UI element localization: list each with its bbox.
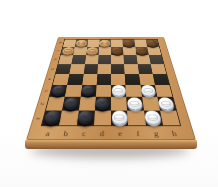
square-d1[interactable] <box>94 110 111 125</box>
photo-stage: 87654321 ⛀⛀⛂⛂⛀⛀⛂⛂⛂⛂⛀⛀⛂⛂⛀⛀⛂⛂⛀⛀ abcdefgh <box>0 0 218 187</box>
square-f8[interactable]: ⛂ <box>123 40 136 47</box>
square-h6[interactable] <box>149 55 164 64</box>
rank-label-1: 1 <box>34 117 42 120</box>
board-front-edge <box>25 140 197 149</box>
file-label-c: c <box>81 129 86 138</box>
square-h5[interactable] <box>151 64 167 74</box>
dark-wood-checker-g7[interactable]: ⛂ <box>136 47 149 54</box>
square-f7[interactable] <box>123 47 136 55</box>
square-h4[interactable] <box>152 74 169 85</box>
square-d4[interactable] <box>96 74 111 85</box>
square-f2[interactable]: ⛀ <box>126 97 143 110</box>
square-b3[interactable] <box>65 85 82 97</box>
square-c3[interactable]: ⛂ <box>80 85 96 97</box>
square-e5[interactable] <box>111 64 125 74</box>
square-f1[interactable] <box>127 110 145 125</box>
square-h3[interactable] <box>155 85 173 97</box>
black-checker-d2[interactable]: ⛂ <box>95 97 110 109</box>
black-checker-b2[interactable]: ⛂ <box>63 97 80 109</box>
field-frame: ⛀⛀⛂⛂⛀⛀⛂⛂⛂⛂⛀⛀⛂⛂⛀⛀⛂⛂⛀⛀ <box>41 39 182 126</box>
rank-label-8: 8 <box>57 42 63 43</box>
square-c8[interactable] <box>87 40 100 47</box>
square-f6[interactable] <box>124 55 138 64</box>
square-h8[interactable]: ⛂ <box>146 40 160 47</box>
square-c4[interactable] <box>82 74 97 85</box>
rank-label-6: 6 <box>52 58 58 60</box>
square-e3[interactable]: ⛀ <box>111 85 126 97</box>
file-label-g: g <box>153 129 159 138</box>
white-checker-e1[interactable]: ⛀ <box>112 111 128 125</box>
square-f3[interactable] <box>126 85 142 97</box>
square-b6[interactable] <box>71 55 85 64</box>
square-d8[interactable]: ⛀ <box>99 40 111 47</box>
white-checker-g3[interactable]: ⛀ <box>141 85 157 96</box>
square-d2[interactable]: ⛂ <box>95 97 111 110</box>
light-wood-checker-d8[interactable]: ⛀ <box>99 40 110 47</box>
square-e4[interactable] <box>111 74 126 85</box>
square-e7[interactable]: ⛂ <box>111 47 124 55</box>
square-b2[interactable]: ⛂ <box>62 97 80 110</box>
black-checker-c3[interactable]: ⛂ <box>81 85 96 96</box>
square-c5[interactable] <box>83 64 97 74</box>
square-b4[interactable] <box>67 74 83 85</box>
light-wood-checker-c7[interactable]: ⛀ <box>86 47 98 54</box>
square-e8[interactable] <box>111 40 123 47</box>
rank-label-5: 5 <box>49 68 55 70</box>
square-f5[interactable] <box>124 64 138 74</box>
square-c2[interactable] <box>78 97 95 110</box>
file-label-h: h <box>171 129 178 138</box>
square-h1[interactable] <box>160 110 180 125</box>
square-e2[interactable] <box>111 97 127 110</box>
square-f4[interactable] <box>125 74 140 85</box>
file-label-d: d <box>100 129 105 138</box>
square-e6[interactable] <box>111 55 124 64</box>
board-field: ⛀⛀⛂⛂⛀⛀⛂⛂⛂⛂⛀⛀⛂⛂⛀⛀⛂⛂⛀⛀ <box>42 40 180 126</box>
white-checker-e3[interactable]: ⛀ <box>111 85 125 96</box>
square-d5[interactable] <box>97 64 111 74</box>
rank-label-3: 3 <box>42 90 49 92</box>
square-c6[interactable] <box>85 55 99 64</box>
black-checker-c1[interactable]: ⛂ <box>77 111 94 125</box>
square-c7[interactable]: ⛀ <box>86 47 99 55</box>
dark-wood-checker-f8[interactable]: ⛂ <box>123 40 135 47</box>
file-labels: abcdefgh <box>37 127 185 140</box>
square-d3[interactable] <box>96 85 111 97</box>
file-label-a: a <box>45 129 51 138</box>
rank-label-2: 2 <box>38 102 46 105</box>
square-d7[interactable] <box>98 47 111 55</box>
light-wood-checker-b8[interactable]: ⛀ <box>75 40 87 47</box>
square-b1[interactable] <box>59 110 78 125</box>
file-label-b: b <box>63 129 69 138</box>
square-h7[interactable] <box>147 47 161 55</box>
rank-label-4: 4 <box>46 78 53 80</box>
checkers-board: 87654321 ⛀⛀⛂⛂⛀⛀⛂⛂⛂⛂⛀⛀⛂⛂⛀⛀⛂⛂⛀⛀ abcdefgh <box>26 37 196 140</box>
rank-label-7: 7 <box>55 50 61 52</box>
square-c1[interactable]: ⛂ <box>76 110 94 125</box>
dark-wood-checker-e7[interactable]: ⛂ <box>111 47 123 54</box>
square-e1[interactable]: ⛀ <box>111 110 128 125</box>
white-checker-f2[interactable]: ⛀ <box>127 97 143 109</box>
white-checker-h2[interactable]: ⛀ <box>158 97 176 109</box>
file-label-f: f <box>136 129 140 138</box>
square-d6[interactable] <box>98 55 111 64</box>
file-label-e: e <box>118 129 122 138</box>
square-h2[interactable]: ⛀ <box>157 97 176 110</box>
dark-wood-checker-h8[interactable]: ⛂ <box>146 40 159 47</box>
square-b5[interactable] <box>70 64 85 74</box>
